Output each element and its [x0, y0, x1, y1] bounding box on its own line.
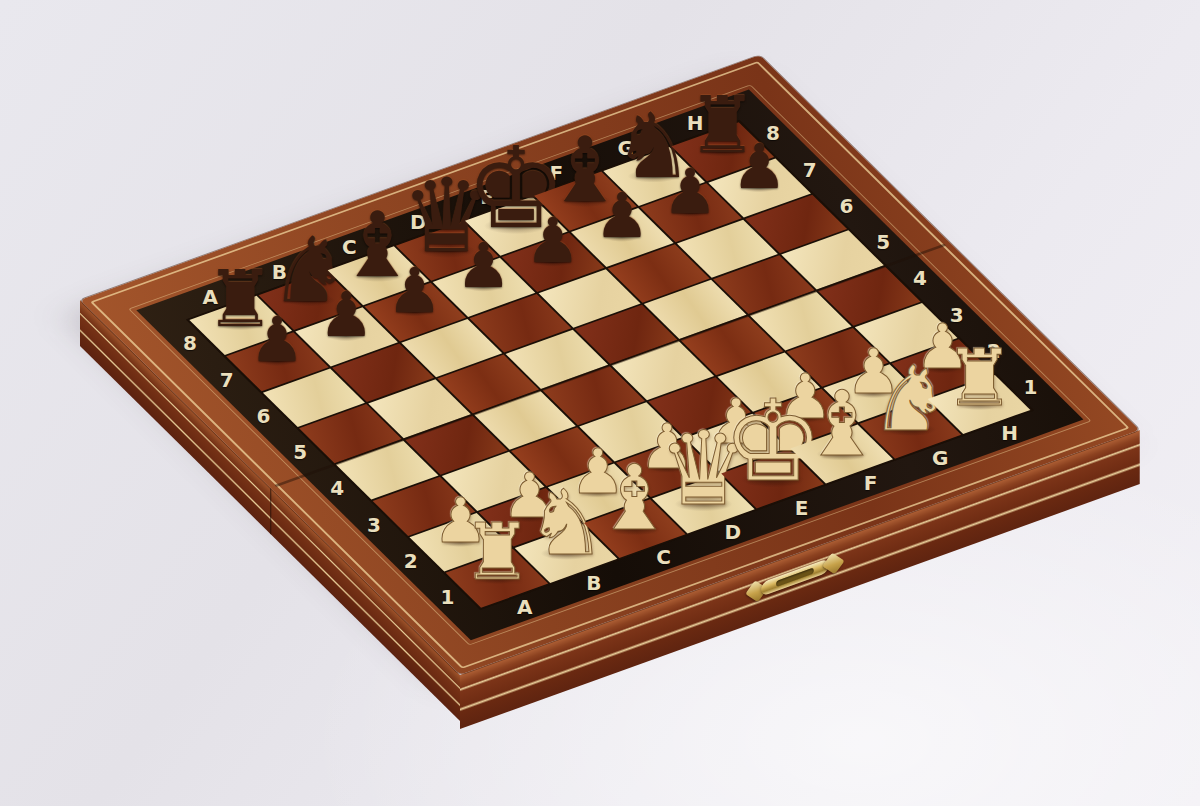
rank-label-text: 5: [293, 442, 307, 462]
piece-glyph: ♟: [318, 285, 374, 347]
piece-glyph: ♟: [663, 160, 719, 222]
chess-board: ABCDEFGH ABCDEFGH 87654321 87654321 ♜♞♝♛…: [80, 55, 1140, 675]
rank-label-text: 5: [876, 232, 890, 252]
photo-backdrop: ABCDEFGH ABCDEFGH 87654321 87654321 ♜♞♝♛…: [0, 0, 1200, 806]
rank-label-text: 6: [256, 406, 270, 426]
piece-glyph: ♟: [456, 235, 512, 297]
fold-seam-side: [270, 487, 271, 534]
rank-label-text: 3: [367, 514, 381, 534]
rank-label-text: 8: [183, 333, 197, 353]
piece-glyph: ♟: [525, 210, 581, 272]
rank-label-text: 2: [403, 551, 417, 571]
file-label-text: A: [517, 597, 532, 617]
piece-glyph: ♜: [944, 339, 1014, 417]
piece-glyph: ♟: [594, 185, 650, 247]
rank-label-text: 1: [440, 587, 454, 607]
rank-label-text: 1: [1023, 377, 1037, 397]
rank-label-text: 7: [802, 159, 816, 179]
piece-glyph: ♟: [387, 260, 443, 322]
rank-label-text: 6: [839, 196, 853, 216]
piece-glyph: ♟: [249, 309, 305, 371]
rank-label-text: 4: [913, 268, 927, 288]
file-label-text: B: [587, 572, 602, 592]
rank-label-text: 7: [219, 369, 233, 389]
rank-label-text: 4: [330, 478, 344, 498]
file-label-text: H: [1001, 423, 1018, 443]
piece-glyph: ♟: [732, 136, 788, 198]
